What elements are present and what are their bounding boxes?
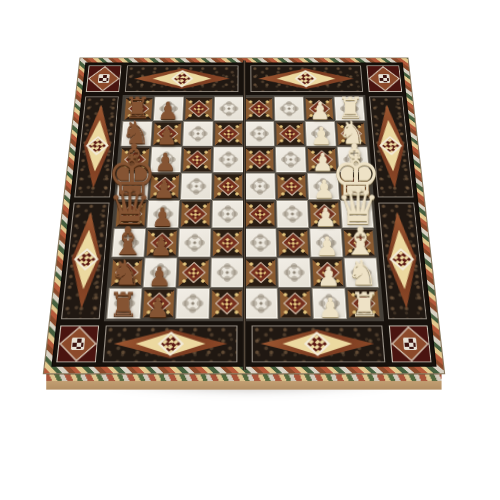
mosaic-dark-square-tile xyxy=(245,258,277,286)
square-r6c4[interactable] xyxy=(212,229,243,256)
mother-of-pearl-light-square-tile xyxy=(176,289,209,319)
square-r7c1[interactable]: ♞ xyxy=(110,258,143,286)
square-r7c3[interactable] xyxy=(177,258,209,286)
mother-of-pearl-light-square-tile xyxy=(214,147,243,172)
mosaic-dark-square-tile xyxy=(278,229,310,256)
square-r2c6[interactable] xyxy=(275,122,304,146)
square-r7c8[interactable]: ♞ xyxy=(345,258,378,286)
square-r2c5[interactable] xyxy=(245,122,274,146)
square-r5c5[interactable] xyxy=(245,201,276,227)
photo-background: ♜♟♟♜♞♟♟♞♝♟♟♝♚♟♟♚♛♟♟♛♝♟♟♝♞♟♟♞♜♟♟♜ xyxy=(0,0,500,500)
mother-of-pearl-light-square-tile xyxy=(181,174,212,200)
piece-black-pawn[interactable]: ♟ xyxy=(157,100,178,121)
mosaic-dark-square-tile xyxy=(184,97,213,120)
piece-black-pawn[interactable]: ♟ xyxy=(146,296,170,320)
square-r4c7[interactable]: ♟ xyxy=(308,174,339,200)
square-r8c5[interactable] xyxy=(245,289,277,319)
piece-black-pawn[interactable]: ♟ xyxy=(154,151,176,173)
mother-of-pearl-light-square-tile xyxy=(277,201,308,227)
square-r7c7[interactable]: ♟ xyxy=(311,258,344,286)
square-r6c7[interactable]: ♟ xyxy=(310,229,342,256)
square-r3c5[interactable] xyxy=(245,147,274,172)
piece-white-pawn[interactable]: ♟ xyxy=(310,126,332,148)
square-r7c4[interactable] xyxy=(211,258,243,286)
diamond-inlay-motif xyxy=(383,212,422,309)
square-r8c1[interactable]: ♜ xyxy=(107,289,141,319)
square-r1c7[interactable]: ♟ xyxy=(305,97,334,120)
square-r3c3[interactable] xyxy=(182,147,212,172)
square-r6c2[interactable]: ♟ xyxy=(146,229,178,256)
mosaic-dark-square-tile xyxy=(279,289,312,319)
diamond-inlay-motif xyxy=(66,212,105,309)
board-tilt-wrapper: ♜♟♟♜♞♟♟♞♝♟♟♝♚♟♟♚♛♟♟♛♝♟♟♝♞♟♟♞♜♟♟♜ xyxy=(44,58,444,373)
square-r6c3[interactable] xyxy=(179,229,211,256)
square-r1c6[interactable] xyxy=(275,97,304,120)
diamond-inlay-motif xyxy=(261,329,376,358)
mosaic-dark-square-tile xyxy=(275,122,304,146)
mother-of-pearl-light-square-tile xyxy=(215,97,243,120)
mosaic-dark-square-tile xyxy=(211,289,243,319)
corner-rosette-medallion-top-left xyxy=(86,65,122,92)
mother-of-pearl-light-square-tile xyxy=(245,174,275,200)
square-r5c4[interactable] xyxy=(212,201,243,227)
diamond-inlay-motif xyxy=(133,68,230,89)
square-r5c7[interactable]: ♟ xyxy=(309,201,341,227)
square-r5c3[interactable] xyxy=(180,201,211,227)
square-r1c4[interactable] xyxy=(215,97,243,120)
mosaic-panel-top-left xyxy=(125,65,238,92)
square-r7c6[interactable] xyxy=(278,258,310,286)
square-r4c3[interactable] xyxy=(181,174,212,200)
piece-black-pawn[interactable]: ♟ xyxy=(153,178,175,201)
square-r3c4[interactable] xyxy=(214,147,243,172)
piece-black-pawn[interactable]: ♟ xyxy=(148,265,172,289)
board-fold-seam xyxy=(242,60,245,370)
square-r1c5[interactable] xyxy=(245,97,273,120)
square-r7c2[interactable]: ♟ xyxy=(144,258,177,286)
square-r8c7[interactable]: ♟ xyxy=(313,289,347,319)
corner-rosette-medallion-bottom-right xyxy=(389,325,432,362)
mosaic-dark-square-tile xyxy=(245,147,274,172)
piece-white-rook[interactable]: ♜ xyxy=(350,290,380,320)
square-r4c6[interactable] xyxy=(276,174,307,200)
piece-black-rook[interactable]: ♜ xyxy=(108,290,138,320)
piece-black-pawn[interactable]: ♟ xyxy=(149,235,172,258)
mother-of-pearl-light-square-tile xyxy=(245,122,274,146)
diamond-inlay-motif xyxy=(113,329,228,358)
mother-of-pearl-light-square-tile xyxy=(275,97,304,120)
square-r7c5[interactable] xyxy=(245,258,277,286)
mother-of-pearl-light-square-tile xyxy=(245,289,277,319)
mother-of-pearl-light-square-tile xyxy=(212,201,243,227)
square-r4c4[interactable] xyxy=(213,174,243,200)
piece-black-pawn[interactable]: ♟ xyxy=(151,206,174,229)
square-r8c8[interactable]: ♜ xyxy=(347,289,381,319)
square-r4c5[interactable] xyxy=(245,174,275,200)
piece-white-pawn[interactable]: ♟ xyxy=(314,206,337,229)
piece-white-pawn[interactable]: ♟ xyxy=(318,296,342,320)
diamond-inlay-motif xyxy=(258,68,355,89)
mosaic-panel-left-lower xyxy=(61,203,110,320)
piece-white-pawn[interactable]: ♟ xyxy=(317,265,341,289)
square-r8c3[interactable] xyxy=(176,289,209,319)
mosaic-dark-square-tile xyxy=(276,174,307,200)
square-r8c4[interactable] xyxy=(211,289,243,319)
mosaic-dark-square-tile xyxy=(214,122,243,146)
mosaic-dark-square-tile xyxy=(180,201,211,227)
mosaic-panel-right-lower xyxy=(378,203,427,320)
mosaic-dark-square-tile xyxy=(177,258,209,286)
mosaic-dark-square-tile xyxy=(213,174,243,200)
piece-white-pawn[interactable]: ♟ xyxy=(313,178,335,201)
square-r1c2[interactable]: ♟ xyxy=(154,97,183,120)
mother-of-pearl-light-square-tile xyxy=(245,229,276,256)
square-r2c3[interactable] xyxy=(183,122,212,146)
mother-of-pearl-light-square-tile xyxy=(278,258,310,286)
corner-rosette-medallion-top-right xyxy=(366,65,402,92)
mosaic-panel-top-right xyxy=(250,65,363,92)
mosaic-dark-square-tile xyxy=(182,147,212,172)
square-r5c2[interactable]: ♟ xyxy=(147,201,179,227)
mosaic-dark-square-tile xyxy=(245,201,276,227)
mother-of-pearl-light-square-tile xyxy=(276,147,306,172)
mosaic-panel-bottom-left xyxy=(103,325,237,362)
square-r5c6[interactable] xyxy=(277,201,308,227)
square-r1c3[interactable] xyxy=(184,97,213,120)
board-front-edge xyxy=(46,373,442,390)
mother-of-pearl-light-square-tile xyxy=(183,122,212,146)
corner-rosette-medallion-bottom-left xyxy=(56,325,99,362)
mosaic-panel-bottom-right xyxy=(251,325,385,362)
square-r8c6[interactable] xyxy=(279,289,312,319)
chess-board: ♜♟♟♜♞♟♟♞♝♟♟♝♚♟♟♚♛♟♟♛♝♟♟♝♞♟♟♞♜♟♟♜ xyxy=(44,58,444,373)
square-r6c6[interactable] xyxy=(278,229,310,256)
square-r2c4[interactable] xyxy=(214,122,243,146)
mosaic-dark-square-tile xyxy=(245,97,273,120)
piece-white-pawn[interactable]: ♟ xyxy=(315,235,338,258)
mosaic-dark-square-tile xyxy=(212,229,243,256)
square-r8c2[interactable]: ♟ xyxy=(142,289,176,319)
square-r3c6[interactable] xyxy=(276,147,306,172)
mother-of-pearl-light-square-tile xyxy=(179,229,211,256)
square-r6c5[interactable] xyxy=(245,229,276,256)
square-r4c2[interactable]: ♟ xyxy=(149,174,180,200)
mother-of-pearl-light-square-tile xyxy=(211,258,243,286)
